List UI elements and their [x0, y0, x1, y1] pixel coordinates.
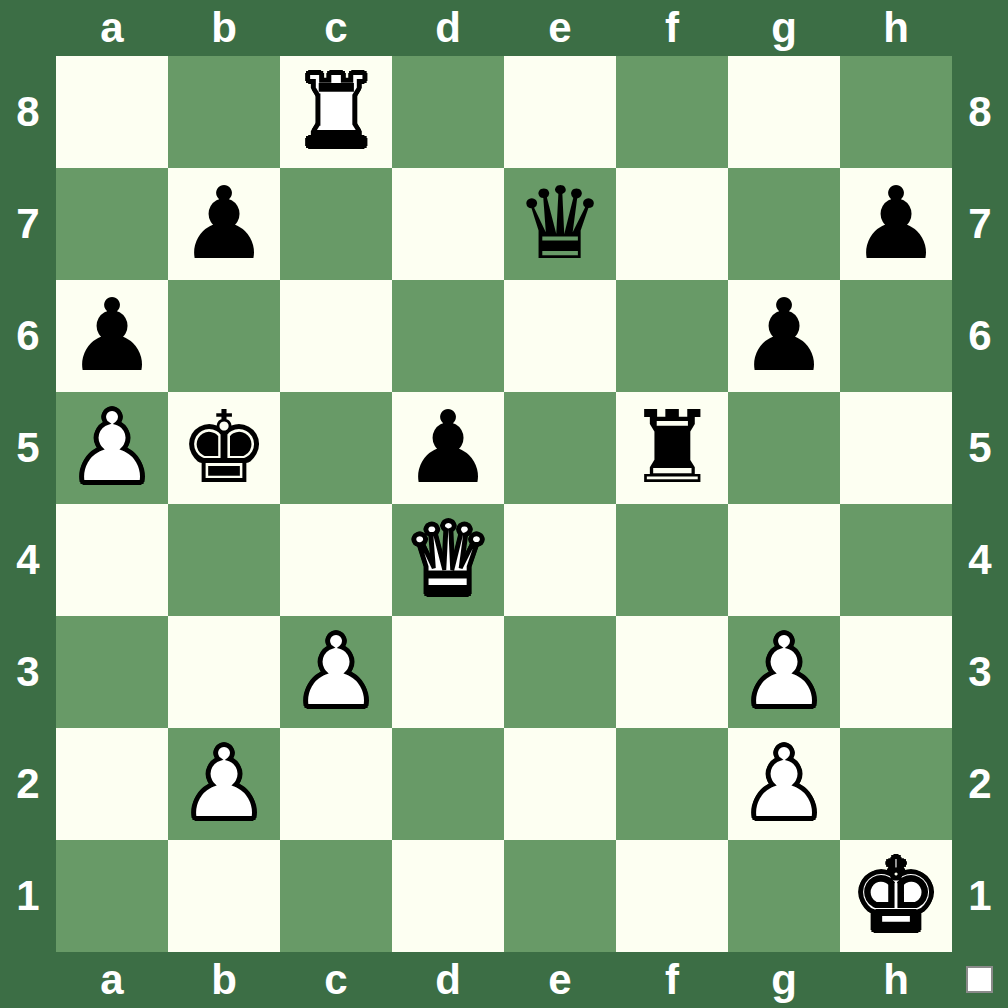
- piece-wQ-d4[interactable]: ♛: [403, 504, 493, 616]
- rank-label-right-7: 7: [952, 168, 1008, 280]
- square-g6[interactable]: ♟: [728, 280, 840, 392]
- square-d8[interactable]: [392, 56, 504, 168]
- rank-label-left-7: 7: [0, 168, 56, 280]
- piece-bK-b5[interactable]: ♚: [179, 392, 269, 504]
- square-f4[interactable]: [616, 504, 728, 616]
- square-e1[interactable]: [504, 840, 616, 952]
- piece-bP-d5[interactable]: ♟: [403, 392, 493, 504]
- square-h1[interactable]: ♚: [840, 840, 952, 952]
- square-h2[interactable]: [840, 728, 952, 840]
- square-b6[interactable]: [168, 280, 280, 392]
- square-d7[interactable]: [392, 168, 504, 280]
- square-b3[interactable]: [168, 616, 280, 728]
- square-c6[interactable]: [280, 280, 392, 392]
- file-label-top-a: a: [56, 0, 168, 56]
- file-label-top-c: c: [280, 0, 392, 56]
- piece-bP-a6[interactable]: ♟: [67, 280, 157, 392]
- square-a5[interactable]: ♟: [56, 392, 168, 504]
- piece-wP-g2[interactable]: ♟: [739, 728, 829, 840]
- rank-label-right-6: 6: [952, 280, 1008, 392]
- rank-label-right-3: 3: [952, 616, 1008, 728]
- rank-labels-left: 87654321: [0, 56, 56, 952]
- square-h6[interactable]: [840, 280, 952, 392]
- piece-wP-c3[interactable]: ♟: [291, 616, 381, 728]
- square-e3[interactable]: [504, 616, 616, 728]
- square-a1[interactable]: [56, 840, 168, 952]
- file-label-bottom-a: a: [56, 952, 168, 1008]
- square-b8[interactable]: [168, 56, 280, 168]
- square-c8[interactable]: ♜: [280, 56, 392, 168]
- square-e5[interactable]: [504, 392, 616, 504]
- square-b2[interactable]: ♟: [168, 728, 280, 840]
- square-c2[interactable]: [280, 728, 392, 840]
- file-label-top-d: d: [392, 0, 504, 56]
- square-f7[interactable]: [616, 168, 728, 280]
- square-d5[interactable]: ♟: [392, 392, 504, 504]
- square-a4[interactable]: [56, 504, 168, 616]
- square-b5[interactable]: ♚: [168, 392, 280, 504]
- square-a6[interactable]: ♟: [56, 280, 168, 392]
- square-h5[interactable]: [840, 392, 952, 504]
- rank-label-left-2: 2: [0, 728, 56, 840]
- square-h4[interactable]: [840, 504, 952, 616]
- rank-label-left-1: 1: [0, 840, 56, 952]
- file-label-top-h: h: [840, 0, 952, 56]
- square-c1[interactable]: [280, 840, 392, 952]
- file-labels-bottom: abcdefgh: [56, 952, 952, 1008]
- square-h7[interactable]: ♟: [840, 168, 952, 280]
- square-g8[interactable]: [728, 56, 840, 168]
- square-d2[interactable]: [392, 728, 504, 840]
- piece-bP-b7[interactable]: ♟: [179, 168, 269, 280]
- square-g7[interactable]: [728, 168, 840, 280]
- square-a7[interactable]: [56, 168, 168, 280]
- square-f8[interactable]: [616, 56, 728, 168]
- board: ♜♟♛♟♟♟♟♚♟♜♛♟♟♟♟♚: [56, 56, 952, 952]
- piece-bQ-e7[interactable]: ♛: [515, 168, 605, 280]
- file-label-bottom-f: f: [616, 952, 728, 1008]
- piece-wR-c8[interactable]: ♜: [291, 56, 381, 168]
- file-labels-top: abcdefgh: [56, 0, 952, 56]
- file-label-bottom-b: b: [168, 952, 280, 1008]
- square-d4[interactable]: ♛: [392, 504, 504, 616]
- rank-label-right-8: 8: [952, 56, 1008, 168]
- square-b7[interactable]: ♟: [168, 168, 280, 280]
- square-f5[interactable]: ♜: [616, 392, 728, 504]
- piece-bP-g6[interactable]: ♟: [739, 280, 829, 392]
- rank-label-right-4: 4: [952, 504, 1008, 616]
- file-label-top-g: g: [728, 0, 840, 56]
- square-f2[interactable]: [616, 728, 728, 840]
- piece-bP-h7[interactable]: ♟: [851, 168, 941, 280]
- piece-wP-b2[interactable]: ♟: [179, 728, 269, 840]
- square-f1[interactable]: [616, 840, 728, 952]
- square-e6[interactable]: [504, 280, 616, 392]
- chessboard-frame: abcdefgh 87654321 ♜♟♛♟♟♟♟♚♟♜♛♟♟♟♟♚ 87654…: [0, 0, 1008, 1008]
- square-b1[interactable]: [168, 840, 280, 952]
- file-label-bottom-c: c: [280, 952, 392, 1008]
- square-g4[interactable]: [728, 504, 840, 616]
- file-label-bottom-g: g: [728, 952, 840, 1008]
- file-label-bottom-h: h: [840, 952, 952, 1008]
- piece-wK-h1[interactable]: ♚: [851, 840, 941, 952]
- square-d1[interactable]: [392, 840, 504, 952]
- square-a2[interactable]: [56, 728, 168, 840]
- square-g2[interactable]: ♟: [728, 728, 840, 840]
- rank-label-right-2: 2: [952, 728, 1008, 840]
- rank-label-left-3: 3: [0, 616, 56, 728]
- square-f3[interactable]: [616, 616, 728, 728]
- rank-label-left-8: 8: [0, 56, 56, 168]
- rank-label-right-1: 1: [952, 840, 1008, 952]
- piece-bR-f5[interactable]: ♜: [627, 392, 717, 504]
- square-f6[interactable]: [616, 280, 728, 392]
- square-d6[interactable]: [392, 280, 504, 392]
- square-e4[interactable]: [504, 504, 616, 616]
- square-e8[interactable]: [504, 56, 616, 168]
- square-c3[interactable]: ♟: [280, 616, 392, 728]
- square-c7[interactable]: [280, 168, 392, 280]
- rank-label-left-4: 4: [0, 504, 56, 616]
- square-d3[interactable]: [392, 616, 504, 728]
- file-label-top-e: e: [504, 0, 616, 56]
- file-label-top-f: f: [616, 0, 728, 56]
- square-c5[interactable]: [280, 392, 392, 504]
- file-label-bottom-d: d: [392, 952, 504, 1008]
- file-label-bottom-e: e: [504, 952, 616, 1008]
- rank-label-right-5: 5: [952, 392, 1008, 504]
- square-g1[interactable]: [728, 840, 840, 952]
- white-to-move-indicator: [966, 966, 993, 993]
- square-g3[interactable]: ♟: [728, 616, 840, 728]
- square-e7[interactable]: ♛: [504, 168, 616, 280]
- square-e2[interactable]: [504, 728, 616, 840]
- rank-labels-right: 87654321: [952, 56, 1008, 952]
- square-a8[interactable]: [56, 56, 168, 168]
- file-label-top-b: b: [168, 0, 280, 56]
- square-g5[interactable]: [728, 392, 840, 504]
- piece-wP-a5[interactable]: ♟: [67, 392, 157, 504]
- square-a3[interactable]: [56, 616, 168, 728]
- piece-wP-g3[interactable]: ♟: [739, 616, 829, 728]
- rank-label-left-6: 6: [0, 280, 56, 392]
- square-c4[interactable]: [280, 504, 392, 616]
- square-h3[interactable]: [840, 616, 952, 728]
- rank-label-left-5: 5: [0, 392, 56, 504]
- square-h8[interactable]: [840, 56, 952, 168]
- square-b4[interactable]: [168, 504, 280, 616]
